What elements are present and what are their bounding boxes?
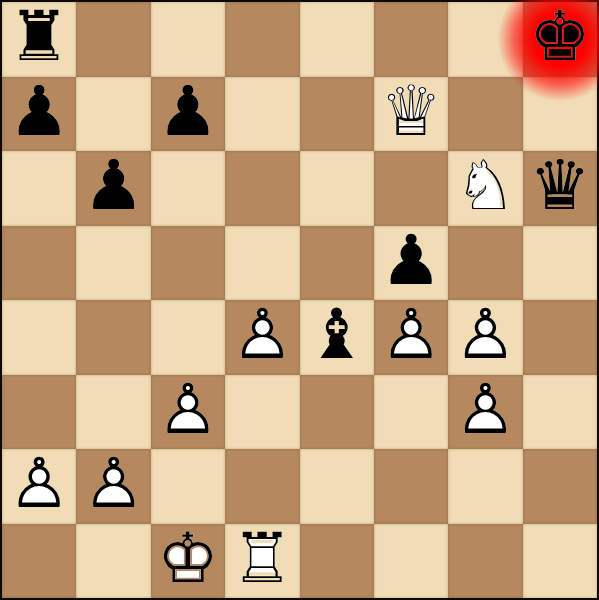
white-king-c1[interactable]: ♚♔ (151, 524, 225, 599)
white-piece-outline-layer: ♙ (157, 374, 219, 443)
square-h1[interactable] (523, 524, 597, 599)
square-a3[interactable] (2, 375, 76, 450)
square-h3[interactable] (523, 375, 597, 450)
square-g5[interactable] (448, 226, 522, 301)
white-knight-g6[interactable]: ♞♘ (448, 151, 522, 226)
square-f6[interactable] (374, 151, 448, 226)
square-h8[interactable]: ♔♚ (523, 2, 597, 77)
square-b1[interactable] (76, 524, 150, 599)
white-queen-f7[interactable]: ♛♕ (374, 77, 448, 152)
black-piece-outline-layer: ♛ (529, 151, 591, 220)
square-h4[interactable] (523, 300, 597, 375)
white-piece-outline-layer: ♙ (455, 374, 517, 443)
black-pawn-f5[interactable]: ♙♟ (374, 226, 448, 301)
square-f8[interactable] (374, 2, 448, 77)
square-c1[interactable]: ♚♔ (151, 524, 225, 599)
white-piece-outline-layer: ♕ (380, 76, 442, 145)
white-piece-outline-layer: ♙ (455, 300, 517, 369)
square-f7[interactable]: ♛♕ (374, 77, 448, 152)
square-d7[interactable] (225, 77, 299, 152)
white-pawn-g3[interactable]: ♟♙ (448, 375, 522, 450)
square-e4[interactable]: ♗♝ (300, 300, 374, 375)
square-a7[interactable]: ♙♟ (2, 77, 76, 152)
square-b5[interactable] (76, 226, 150, 301)
white-piece-outline-layer: ♙ (380, 300, 442, 369)
square-e5[interactable] (300, 226, 374, 301)
white-pawn-a2[interactable]: ♟♙ (2, 449, 76, 524)
black-king-h8[interactable]: ♔♚ (523, 2, 597, 77)
black-pawn-b6[interactable]: ♙♟ (76, 151, 150, 226)
square-d8[interactable] (225, 2, 299, 77)
square-a1[interactable] (2, 524, 76, 599)
black-rook-a8[interactable]: ♖♜ (2, 2, 76, 77)
square-c3[interactable]: ♟♙ (151, 375, 225, 450)
white-pawn-c3[interactable]: ♟♙ (151, 375, 225, 450)
square-e1[interactable] (300, 524, 374, 599)
square-d1[interactable]: ♜♖ (225, 524, 299, 599)
square-d6[interactable] (225, 151, 299, 226)
square-g8[interactable] (448, 2, 522, 77)
chess-board: ♖♜♔♚♙♟♙♟♛♕♙♟♞♘♕♛♙♟♟♙♗♝♟♙♟♙♟♙♟♙♟♙♟♙♚♔♜♖ (0, 0, 599, 600)
square-a6[interactable] (2, 151, 76, 226)
square-b7[interactable] (76, 77, 150, 152)
square-b6[interactable]: ♙♟ (76, 151, 150, 226)
square-c5[interactable] (151, 226, 225, 301)
square-e2[interactable] (300, 449, 374, 524)
square-g1[interactable] (448, 524, 522, 599)
white-piece-outline-layer: ♘ (455, 151, 517, 220)
square-f1[interactable] (374, 524, 448, 599)
square-e6[interactable] (300, 151, 374, 226)
black-piece-outline-layer: ♟ (83, 151, 145, 220)
black-pawn-a7[interactable]: ♙♟ (2, 77, 76, 152)
white-pawn-g4[interactable]: ♟♙ (448, 300, 522, 375)
square-b4[interactable] (76, 300, 150, 375)
square-a4[interactable] (2, 300, 76, 375)
white-pawn-f4[interactable]: ♟♙ (374, 300, 448, 375)
square-a8[interactable]: ♖♜ (2, 2, 76, 77)
square-c6[interactable] (151, 151, 225, 226)
square-c8[interactable] (151, 2, 225, 77)
black-piece-outline-layer: ♟ (8, 76, 70, 145)
square-c7[interactable]: ♙♟ (151, 77, 225, 152)
square-h7[interactable] (523, 77, 597, 152)
square-a2[interactable]: ♟♙ (2, 449, 76, 524)
black-piece-outline-layer: ♟ (380, 225, 442, 294)
black-queen-h6[interactable]: ♕♛ (523, 151, 597, 226)
square-e8[interactable] (300, 2, 374, 77)
square-d4[interactable]: ♟♙ (225, 300, 299, 375)
black-piece-outline-layer: ♚ (529, 2, 591, 71)
square-b8[interactable] (76, 2, 150, 77)
black-bishop-e4[interactable]: ♗♝ (300, 300, 374, 375)
square-f2[interactable] (374, 449, 448, 524)
white-pawn-d4[interactable]: ♟♙ (225, 300, 299, 375)
square-d3[interactable] (225, 375, 299, 450)
square-g6[interactable]: ♞♘ (448, 151, 522, 226)
square-b2[interactable]: ♟♙ (76, 449, 150, 524)
black-piece-outline-layer: ♟ (157, 76, 219, 145)
square-g2[interactable] (448, 449, 522, 524)
white-pawn-b2[interactable]: ♟♙ (76, 449, 150, 524)
black-piece-outline-layer: ♝ (306, 300, 368, 369)
square-c4[interactable] (151, 300, 225, 375)
square-h2[interactable] (523, 449, 597, 524)
white-piece-outline-layer: ♙ (83, 449, 145, 518)
square-h6[interactable]: ♕♛ (523, 151, 597, 226)
square-f4[interactable]: ♟♙ (374, 300, 448, 375)
square-f3[interactable] (374, 375, 448, 450)
square-h5[interactable] (523, 226, 597, 301)
square-d2[interactable] (225, 449, 299, 524)
square-g3[interactable]: ♟♙ (448, 375, 522, 450)
white-piece-outline-layer: ♙ (8, 449, 70, 518)
white-piece-outline-layer: ♙ (231, 300, 293, 369)
square-g7[interactable] (448, 77, 522, 152)
square-d5[interactable] (225, 226, 299, 301)
square-c2[interactable] (151, 449, 225, 524)
square-e7[interactable] (300, 77, 374, 152)
black-piece-outline-layer: ♜ (8, 2, 70, 71)
white-piece-outline-layer: ♔ (157, 523, 219, 592)
square-b3[interactable] (76, 375, 150, 450)
square-f5[interactable]: ♙♟ (374, 226, 448, 301)
black-pawn-c7[interactable]: ♙♟ (151, 77, 225, 152)
white-rook-d1[interactable]: ♜♖ (225, 524, 299, 599)
square-a5[interactable] (2, 226, 76, 301)
white-piece-outline-layer: ♖ (231, 523, 293, 592)
square-e3[interactable] (300, 375, 374, 450)
square-g4[interactable]: ♟♙ (448, 300, 522, 375)
